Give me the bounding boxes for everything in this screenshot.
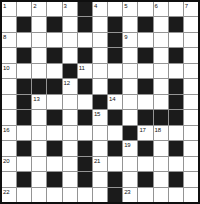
cell-r10c7[interactable]	[93, 141, 107, 155]
black-cell-r6c10	[138, 79, 152, 93]
clue-number-14: 14	[109, 95, 115, 103]
cell-r4c11[interactable]	[154, 48, 168, 62]
cell-r7c10[interactable]	[138, 95, 152, 109]
black-cell-r8c6	[78, 110, 92, 124]
cell-r3c3[interactable]	[32, 33, 46, 47]
cell-r5c4[interactable]	[47, 64, 61, 78]
cell-r11c13[interactable]	[184, 157, 198, 171]
cell-r7c9[interactable]	[123, 95, 137, 109]
cell-r9c5[interactable]	[63, 126, 77, 140]
cell-r1c2[interactable]	[17, 2, 31, 16]
cell-r11c12[interactable]	[169, 157, 183, 171]
cell-r1c7[interactable]: 4	[93, 2, 107, 16]
cell-r8c7[interactable]: 15	[93, 110, 107, 124]
black-cell-r1c6	[78, 2, 92, 16]
cell-r13c4[interactable]	[47, 188, 61, 202]
cell-r12c7[interactable]	[93, 172, 107, 186]
cell-r13c6[interactable]	[78, 188, 92, 202]
clue-number-8: 8	[3, 33, 6, 41]
cell-r10c9[interactable]: 19	[123, 141, 137, 155]
clue-number-19: 19	[124, 141, 130, 149]
black-cell-r12c6	[78, 172, 92, 186]
cell-r2c5[interactable]	[63, 17, 77, 31]
cell-r3c6[interactable]	[78, 33, 92, 47]
clue-number-3: 3	[64, 2, 67, 10]
clue-number-6: 6	[155, 2, 158, 10]
cell-r5c7[interactable]	[93, 64, 107, 78]
cell-r9c3[interactable]	[32, 126, 46, 140]
cell-r5c13[interactable]	[184, 64, 198, 78]
clue-number-7: 7	[185, 2, 188, 10]
cell-r12c3[interactable]	[32, 172, 46, 186]
cell-r2c13[interactable]	[184, 17, 198, 31]
cell-r7c11[interactable]	[154, 95, 168, 109]
cell-r3c9[interactable]: 9	[123, 33, 137, 47]
cell-r4c13[interactable]	[184, 48, 198, 62]
black-cell-r4c6	[78, 48, 92, 62]
cell-r6c1[interactable]	[2, 79, 16, 93]
clue-number-18: 18	[155, 126, 161, 134]
cell-r1c4[interactable]	[47, 2, 61, 16]
cell-r11c2[interactable]	[17, 157, 31, 171]
cell-r8c1[interactable]	[2, 110, 16, 124]
cell-r8c13[interactable]	[184, 110, 198, 124]
black-cell-r12c2	[17, 172, 31, 186]
cell-r2c1[interactable]	[2, 17, 16, 31]
cell-r7c6[interactable]	[78, 95, 92, 109]
cell-r10c3[interactable]	[32, 141, 46, 155]
clue-number-20: 20	[3, 157, 9, 165]
black-cell-r9c9	[123, 126, 137, 140]
clue-number-17: 17	[139, 126, 145, 134]
black-cell-r2c4	[47, 17, 61, 31]
cell-r11c7[interactable]: 21	[93, 157, 107, 171]
black-cell-r4c10	[138, 48, 152, 62]
clue-number-23: 23	[124, 188, 130, 196]
cell-r6c5[interactable]: 12	[63, 79, 77, 93]
cell-r9c11[interactable]: 18	[154, 126, 168, 140]
cell-r3c5[interactable]	[63, 33, 77, 47]
cell-r1c10[interactable]	[138, 2, 152, 16]
cell-r13c1[interactable]: 22	[2, 188, 16, 202]
black-cell-r6c6	[78, 79, 92, 93]
cell-r10c5[interactable]	[63, 141, 77, 155]
black-cell-r2c6	[78, 17, 92, 31]
cell-r5c1[interactable]: 10	[2, 64, 16, 78]
cell-r9c13[interactable]	[184, 126, 198, 140]
cell-r9c6[interactable]	[78, 126, 92, 140]
black-cell-r12c12	[169, 172, 183, 186]
cell-r7c1[interactable]	[2, 95, 16, 109]
cell-r13c3[interactable]	[32, 188, 46, 202]
black-cell-r6c2	[17, 79, 31, 93]
cell-r6c9[interactable]	[123, 79, 137, 93]
cell-r1c8[interactable]	[108, 2, 122, 16]
cell-r7c8[interactable]: 14	[108, 95, 122, 109]
cell-r5c3[interactable]	[32, 64, 46, 78]
black-cell-r10c4	[47, 141, 61, 155]
clue-number-1: 1	[3, 2, 6, 10]
clue-number-9: 9	[124, 33, 127, 41]
cell-r9c8[interactable]	[108, 126, 122, 140]
cell-r7c13[interactable]	[184, 95, 198, 109]
black-cell-r4c4	[47, 48, 61, 62]
black-cell-r4c2	[17, 48, 31, 62]
cell-r13c7[interactable]	[93, 188, 107, 202]
cell-r9c1[interactable]: 16	[2, 126, 16, 140]
black-cell-r8c12	[169, 110, 183, 124]
cell-r4c3[interactable]	[32, 48, 46, 62]
cell-r7c3[interactable]: 13	[32, 95, 46, 109]
cell-r5c8[interactable]	[108, 64, 122, 78]
cell-r1c9[interactable]: 5	[123, 2, 137, 16]
black-cell-r2c10	[138, 17, 152, 31]
cell-r12c1[interactable]	[2, 172, 16, 186]
cell-r11c11[interactable]	[154, 157, 168, 171]
black-cell-r12c4	[47, 172, 61, 186]
black-cell-r13c8	[108, 188, 122, 202]
cell-r9c4[interactable]	[47, 126, 61, 140]
crossword-board: 1234567891011121314151617181920212223	[0, 0, 200, 204]
cell-r8c5[interactable]	[63, 110, 77, 124]
cell-r11c5[interactable]	[63, 157, 77, 171]
cell-r2c11[interactable]	[154, 17, 168, 31]
black-cell-r12c10	[138, 172, 152, 186]
cell-r5c9[interactable]	[123, 64, 137, 78]
black-cell-r4c8	[108, 48, 122, 62]
cell-r4c1[interactable]	[2, 48, 16, 62]
black-cell-r10c8	[108, 141, 122, 155]
clue-number-16: 16	[3, 126, 9, 134]
cell-r9c2[interactable]	[17, 126, 31, 140]
cell-r13c12[interactable]	[169, 188, 183, 202]
clue-number-2: 2	[33, 2, 36, 10]
cell-r12c13[interactable]	[184, 172, 198, 186]
cell-r3c10[interactable]	[138, 33, 152, 47]
black-cell-r10c10	[138, 141, 152, 155]
cell-r11c3[interactable]	[32, 157, 46, 171]
black-cell-r6c8	[108, 79, 122, 93]
black-cell-r11c6	[78, 157, 92, 171]
cell-r11c10[interactable]	[138, 157, 152, 171]
cell-r3c13[interactable]	[184, 33, 198, 47]
cell-r8c9[interactable]	[123, 110, 137, 124]
cell-r13c10[interactable]	[138, 188, 152, 202]
cell-r1c3[interactable]: 2	[32, 2, 46, 16]
cell-r1c11[interactable]: 6	[154, 2, 168, 16]
clue-number-5: 5	[124, 2, 127, 10]
cell-r1c12[interactable]	[169, 2, 183, 16]
cell-r12c5[interactable]	[63, 172, 77, 186]
cell-r11c4[interactable]	[47, 157, 61, 171]
cell-r2c7[interactable]	[93, 17, 107, 31]
black-cell-r8c11	[154, 110, 168, 124]
cell-r3c4[interactable]	[47, 33, 61, 47]
cell-r10c1[interactable]	[2, 141, 16, 155]
cell-r5c2[interactable]	[17, 64, 31, 78]
cell-r4c5[interactable]	[63, 48, 77, 62]
clue-number-13: 13	[33, 95, 39, 103]
black-cell-r7c12	[169, 95, 183, 109]
clue-number-15: 15	[94, 110, 100, 118]
black-cell-r6c12	[169, 79, 183, 93]
cell-r3c1[interactable]: 8	[2, 33, 16, 47]
black-cell-r8c8	[108, 110, 122, 124]
cell-r9c10[interactable]: 17	[138, 126, 152, 140]
cell-r7c4[interactable]	[47, 95, 61, 109]
cell-r2c9[interactable]	[123, 17, 137, 31]
black-cell-r12c8	[108, 172, 122, 186]
clue-number-4: 4	[94, 2, 97, 10]
black-cell-r2c8	[108, 17, 122, 31]
cell-r10c13[interactable]	[184, 141, 198, 155]
cell-r7c5[interactable]	[63, 95, 77, 109]
black-cell-r8c10	[138, 110, 152, 124]
cell-r6c11[interactable]	[154, 79, 168, 93]
cell-r3c7[interactable]	[93, 33, 107, 47]
black-cell-r7c2	[17, 95, 31, 109]
cell-r8c3[interactable]	[32, 110, 46, 124]
cell-r12c9[interactable]	[123, 172, 137, 186]
black-cell-r6c4	[47, 79, 61, 93]
cell-r4c9[interactable]	[123, 48, 137, 62]
cell-r13c11[interactable]	[154, 188, 168, 202]
black-cell-r10c12	[169, 141, 183, 155]
cell-r5c10[interactable]	[138, 64, 152, 78]
cell-r13c9[interactable]: 23	[123, 188, 137, 202]
cell-r12c11[interactable]	[154, 172, 168, 186]
black-cell-r2c12	[169, 17, 183, 31]
cell-r3c2[interactable]	[17, 33, 31, 47]
cell-r9c12[interactable]	[169, 126, 183, 140]
cell-r1c5[interactable]: 3	[63, 2, 77, 16]
cell-r1c13[interactable]: 7	[184, 2, 198, 16]
cell-r9c7[interactable]	[93, 126, 107, 140]
clue-number-10: 10	[3, 64, 9, 72]
clue-number-12: 12	[64, 79, 70, 87]
cell-r13c2[interactable]	[17, 188, 31, 202]
cell-r11c8[interactable]	[108, 157, 122, 171]
cell-r6c13[interactable]	[184, 79, 198, 93]
black-cell-r10c2	[17, 141, 31, 155]
clue-number-11: 11	[79, 64, 85, 72]
cell-r6c7[interactable]	[93, 79, 107, 93]
black-cell-r7c7	[93, 95, 107, 109]
black-cell-r8c4	[47, 110, 61, 124]
cell-r13c13[interactable]	[184, 188, 198, 202]
cell-r11c9[interactable]	[123, 157, 137, 171]
cell-r1c1[interactable]: 1	[2, 2, 16, 16]
cell-r13c5[interactable]	[63, 188, 77, 202]
black-cell-r8c2	[17, 110, 31, 124]
black-cell-r6c3	[32, 79, 46, 93]
cell-r5c11[interactable]	[154, 64, 168, 78]
black-cell-r4c12	[169, 48, 183, 62]
black-cell-r2c2	[17, 17, 31, 31]
cell-r11c1[interactable]: 20	[2, 157, 16, 171]
black-cell-r3c8	[108, 33, 122, 47]
cell-r5c12[interactable]	[169, 64, 183, 78]
clue-number-22: 22	[3, 188, 9, 196]
cell-r2c3[interactable]	[32, 17, 46, 31]
cell-r5c6[interactable]: 11	[78, 64, 92, 78]
cell-r3c12[interactable]	[169, 33, 183, 47]
cell-r4c7[interactable]	[93, 48, 107, 62]
black-cell-r5c5	[63, 64, 77, 78]
cell-r10c11[interactable]	[154, 141, 168, 155]
cell-r3c11[interactable]	[154, 33, 168, 47]
black-cell-r10c6	[78, 141, 92, 155]
clue-number-21: 21	[94, 157, 100, 165]
